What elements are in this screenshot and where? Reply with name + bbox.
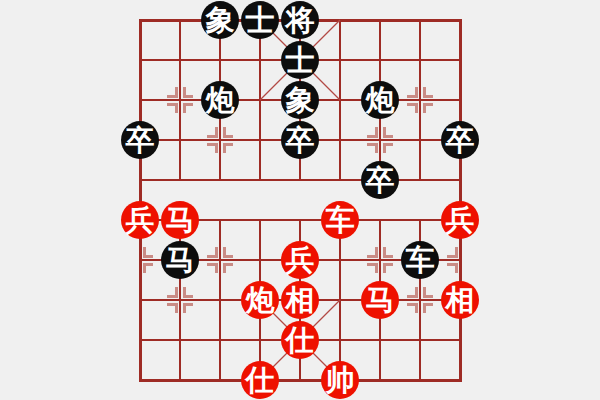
point-r2-c8[interactable]	[440, 80, 480, 120]
point-r0-c1[interactable]	[160, 0, 200, 40]
piece-red-horse[interactable]: 马	[361, 281, 399, 319]
point-r5-c7[interactable]	[400, 200, 440, 240]
point-r2-c5[interactable]	[320, 80, 360, 120]
piece-black-horse[interactable]: 马	[161, 241, 199, 279]
point-r3-c8[interactable]: 卒	[440, 120, 480, 160]
point-r4-c1[interactable]	[160, 160, 200, 200]
point-r8-c4[interactable]: 仕	[280, 320, 320, 360]
point-r0-c3[interactable]: 士	[240, 0, 280, 40]
point-r3-c4[interactable]: 卒	[280, 120, 320, 160]
piece-black-cannon[interactable]: 炮	[201, 81, 239, 119]
piece-red-cannon[interactable]: 炮	[241, 281, 279, 319]
point-r4-c5[interactable]	[320, 160, 360, 200]
piece-red-elephant[interactable]: 相	[441, 281, 479, 319]
point-r7-c5[interactable]	[320, 280, 360, 320]
point-r4-c0[interactable]	[120, 160, 160, 200]
point-r2-c2[interactable]: 炮	[200, 80, 240, 120]
board-grid: 象士将士炮象炮卒卒卒卒兵马车兵马兵车炮相马相仕仕帅	[120, 0, 480, 400]
point-r4-c4[interactable]	[280, 160, 320, 200]
point-r3-c1[interactable]	[160, 120, 200, 160]
point-r3-c7[interactable]	[400, 120, 440, 160]
point-r2-c0[interactable]	[120, 80, 160, 120]
point-r8-c0[interactable]	[120, 320, 160, 360]
point-r2-c1[interactable]	[160, 80, 200, 120]
point-r0-c7[interactable]	[400, 0, 440, 40]
point-r1-c1[interactable]	[160, 40, 200, 80]
point-r9-c5[interactable]: 帅	[320, 360, 360, 400]
point-r9-c1[interactable]	[160, 360, 200, 400]
piece-red-chariot[interactable]: 车	[321, 201, 359, 239]
piece-black-soldier[interactable]: 卒	[121, 121, 159, 159]
point-r1-c6[interactable]	[360, 40, 400, 80]
point-r7-c2[interactable]	[200, 280, 240, 320]
point-r4-c2[interactable]	[200, 160, 240, 200]
piece-red-soldier[interactable]: 兵	[281, 241, 319, 279]
point-r7-c0[interactable]	[120, 280, 160, 320]
point-r0-c2[interactable]: 象	[200, 0, 240, 40]
point-r3-c6[interactable]	[360, 120, 400, 160]
piece-red-soldier[interactable]: 兵	[121, 201, 159, 239]
point-r7-c4[interactable]: 相	[280, 280, 320, 320]
point-r2-c6[interactable]: 炮	[360, 80, 400, 120]
point-r7-c3[interactable]: 炮	[240, 280, 280, 320]
point-r9-c2[interactable]	[200, 360, 240, 400]
point-r6-c7[interactable]: 车	[400, 240, 440, 280]
point-r9-c3[interactable]: 仕	[240, 360, 280, 400]
piece-black-chariot[interactable]: 车	[401, 241, 439, 279]
piece-black-soldier[interactable]: 卒	[441, 121, 479, 159]
point-r6-c1[interactable]: 马	[160, 240, 200, 280]
piece-black-soldier[interactable]: 卒	[361, 161, 399, 199]
point-r2-c3[interactable]	[240, 80, 280, 120]
point-r8-c8[interactable]	[440, 320, 480, 360]
point-r8-c3[interactable]	[240, 320, 280, 360]
point-r7-c7[interactable]	[400, 280, 440, 320]
point-r5-c5[interactable]: 车	[320, 200, 360, 240]
point-r1-c7[interactable]	[400, 40, 440, 80]
point-r6-c5[interactable]	[320, 240, 360, 280]
point-r6-c0[interactable]	[120, 240, 160, 280]
piece-black-advisor[interactable]: 士	[241, 1, 279, 39]
point-r6-c4[interactable]: 兵	[280, 240, 320, 280]
piece-black-advisor[interactable]: 士	[281, 41, 319, 79]
point-r9-c7[interactable]	[400, 360, 440, 400]
point-r4-c7[interactable]	[400, 160, 440, 200]
point-r3-c0[interactable]: 卒	[120, 120, 160, 160]
point-r1-c3[interactable]	[240, 40, 280, 80]
point-r5-c8[interactable]: 兵	[440, 200, 480, 240]
point-r6-c2[interactable]	[200, 240, 240, 280]
piece-black-elephant[interactable]: 象	[201, 1, 239, 39]
point-r6-c6[interactable]	[360, 240, 400, 280]
point-r3-c3[interactable]	[240, 120, 280, 160]
point-r4-c6[interactable]: 卒	[360, 160, 400, 200]
point-r1-c8[interactable]	[440, 40, 480, 80]
xiangqi-board: 象士将士炮象炮卒卒卒卒兵马车兵马兵车炮相马相仕仕帅	[0, 0, 600, 400]
point-r8-c2[interactable]	[200, 320, 240, 360]
point-r3-c5[interactable]	[320, 120, 360, 160]
point-r6-c3[interactable]	[240, 240, 280, 280]
point-r5-c2[interactable]	[200, 200, 240, 240]
point-r5-c4[interactable]	[280, 200, 320, 240]
piece-red-advisor[interactable]: 仕	[281, 321, 319, 359]
point-r8-c1[interactable]	[160, 320, 200, 360]
point-r0-c0[interactable]	[120, 0, 160, 40]
point-r5-c0[interactable]: 兵	[120, 200, 160, 240]
point-r0-c5[interactable]	[320, 0, 360, 40]
point-r8-c5[interactable]	[320, 320, 360, 360]
piece-black-general[interactable]: 将	[281, 1, 319, 39]
point-r1-c4[interactable]: 士	[280, 40, 320, 80]
piece-red-general[interactable]: 帅	[321, 361, 359, 399]
point-r7-c8[interactable]: 相	[440, 280, 480, 320]
point-r8-c6[interactable]	[360, 320, 400, 360]
point-r2-c4[interactable]: 象	[280, 80, 320, 120]
point-r9-c8[interactable]	[440, 360, 480, 400]
point-r5-c3[interactable]	[240, 200, 280, 240]
point-r9-c6[interactable]	[360, 360, 400, 400]
point-r1-c0[interactable]	[120, 40, 160, 80]
point-r0-c8[interactable]	[440, 0, 480, 40]
point-r4-c3[interactable]	[240, 160, 280, 200]
point-r8-c7[interactable]	[400, 320, 440, 360]
point-r5-c1[interactable]: 马	[160, 200, 200, 240]
piece-red-advisor[interactable]: 仕	[241, 361, 279, 399]
point-r4-c8[interactable]	[440, 160, 480, 200]
point-r1-c5[interactable]	[320, 40, 360, 80]
point-r7-c6[interactable]: 马	[360, 280, 400, 320]
piece-black-cannon[interactable]: 炮	[361, 81, 399, 119]
piece-red-soldier[interactable]: 兵	[441, 201, 479, 239]
point-r9-c4[interactable]	[280, 360, 320, 400]
point-r2-c7[interactable]	[400, 80, 440, 120]
point-r1-c2[interactable]	[200, 40, 240, 80]
point-r7-c1[interactable]	[160, 280, 200, 320]
point-r5-c6[interactable]	[360, 200, 400, 240]
piece-black-elephant[interactable]: 象	[281, 81, 319, 119]
piece-black-soldier[interactable]: 卒	[281, 121, 319, 159]
point-r9-c0[interactable]	[120, 360, 160, 400]
point-r0-c4[interactable]: 将	[280, 0, 320, 40]
piece-red-horse[interactable]: 马	[161, 201, 199, 239]
piece-red-elephant[interactable]: 相	[281, 281, 319, 319]
point-r3-c2[interactable]	[200, 120, 240, 160]
point-r0-c6[interactable]	[360, 0, 400, 40]
point-r6-c8[interactable]	[440, 240, 480, 280]
